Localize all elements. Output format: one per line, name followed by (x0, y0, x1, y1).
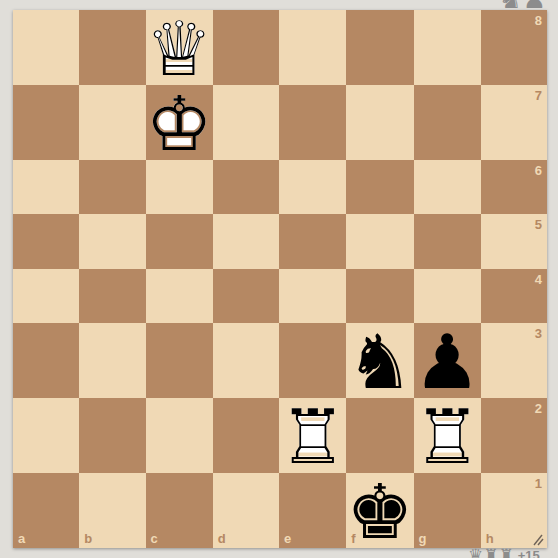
square-f3[interactable]: ♞ (346, 323, 413, 398)
captured-rook-icon: ♜ (499, 545, 514, 558)
square-h2[interactable]: 2 (481, 398, 547, 473)
rank-label-5: 5 (535, 217, 542, 232)
square-a4[interactable] (13, 269, 79, 323)
square-g1[interactable]: g (414, 473, 481, 548)
square-e8[interactable] (279, 10, 346, 85)
square-b6[interactable] (79, 160, 145, 214)
rank-label-2: 2 (535, 401, 542, 416)
square-a2[interactable] (13, 398, 79, 473)
file-label-g: g (419, 531, 427, 546)
piece-white-rook-e2[interactable]: ♜♖ (279, 400, 346, 475)
captured-pieces-bottom-icons: ♛♜♜ (468, 547, 514, 558)
square-e2[interactable]: ♜♖ (279, 398, 346, 473)
square-a5[interactable] (13, 214, 79, 268)
captured-queen-icon: ♛ (468, 545, 483, 558)
square-f4[interactable] (346, 269, 413, 323)
file-label-e: e (284, 531, 291, 546)
square-b5[interactable] (79, 214, 145, 268)
square-a6[interactable] (13, 160, 79, 214)
rank-label-3: 3 (535, 326, 542, 341)
square-e5[interactable] (279, 214, 346, 268)
square-b4[interactable] (79, 269, 145, 323)
piece-black-knight-f3[interactable]: ♞ (346, 325, 413, 400)
white-queen-glyph-outline: ♕ (146, 12, 213, 87)
square-e1[interactable]: e (279, 473, 346, 548)
square-e4[interactable] (279, 269, 346, 323)
square-b8[interactable] (79, 10, 145, 85)
square-d7[interactable] (213, 85, 279, 160)
white-rook-glyph-outline: ♖ (414, 400, 481, 475)
page-background: { "game": "chess", "position": { "fen": … (0, 0, 558, 558)
rank-label-8: 8 (535, 13, 542, 28)
square-c7[interactable]: ♚♔ (146, 85, 213, 160)
black-knight-glyph: ♞ (346, 325, 413, 400)
material-advantage-label: +15 (518, 549, 540, 558)
square-f8[interactable] (346, 10, 413, 85)
square-c5[interactable] (146, 214, 213, 268)
piece-white-rook-g2[interactable]: ♜♖ (414, 400, 481, 475)
square-c4[interactable] (146, 269, 213, 323)
square-c2[interactable] (146, 398, 213, 473)
square-h4[interactable]: 4 (481, 269, 547, 323)
square-e6[interactable] (279, 160, 346, 214)
square-e7[interactable] (279, 85, 346, 160)
file-label-d: d (218, 531, 226, 546)
rank-label-4: 4 (535, 272, 542, 287)
chess-board[interactable]: ♛♕8♚♔7654♞♟3♜♖♜♖2abcdef♚gh1 (13, 10, 547, 548)
file-label-c: c (151, 531, 158, 546)
white-rook-glyph-outline: ♖ (279, 400, 346, 475)
square-d6[interactable] (213, 160, 279, 214)
square-h3[interactable]: 3 (481, 323, 547, 398)
square-g6[interactable] (414, 160, 481, 214)
square-g5[interactable] (414, 214, 481, 268)
square-b3[interactable] (79, 323, 145, 398)
black-king-glyph: ♚ (346, 475, 413, 550)
square-c6[interactable] (146, 160, 213, 214)
square-d4[interactable] (213, 269, 279, 323)
square-b7[interactable] (79, 85, 145, 160)
square-d1[interactable]: d (213, 473, 279, 548)
rank-label-7: 7 (535, 88, 542, 103)
file-label-h: h (486, 531, 494, 546)
square-b2[interactable] (79, 398, 145, 473)
square-h7[interactable]: 7 (481, 85, 547, 160)
square-h5[interactable]: 5 (481, 214, 547, 268)
piece-black-king-f1[interactable]: ♚ (346, 475, 413, 550)
square-g2[interactable]: ♜♖ (414, 398, 481, 473)
file-label-b: b (84, 531, 92, 546)
square-c8[interactable]: ♛♕ (146, 10, 213, 85)
board-resize-handle[interactable] (532, 534, 544, 546)
square-h6[interactable]: 6 (481, 160, 547, 214)
piece-black-pawn-g3[interactable]: ♟ (414, 325, 481, 400)
square-f5[interactable] (346, 214, 413, 268)
piece-white-queen-c8[interactable]: ♛♕ (146, 12, 213, 87)
square-e3[interactable] (279, 323, 346, 398)
square-d5[interactable] (213, 214, 279, 268)
square-f1[interactable]: f♚ (346, 473, 413, 548)
square-c3[interactable] (146, 323, 213, 398)
square-d8[interactable] (213, 10, 279, 85)
piece-white-king-c7[interactable]: ♚♔ (146, 87, 213, 162)
square-a1[interactable]: a (13, 473, 79, 548)
rank-label-1: 1 (535, 476, 542, 491)
black-pawn-glyph: ♟ (414, 325, 481, 400)
square-b1[interactable]: b (79, 473, 145, 548)
square-a8[interactable] (13, 10, 79, 85)
rank-label-6: 6 (535, 163, 542, 178)
square-f7[interactable] (346, 85, 413, 160)
square-d2[interactable] (213, 398, 279, 473)
square-g3[interactable]: ♟ (414, 323, 481, 398)
square-d3[interactable] (213, 323, 279, 398)
file-label-a: a (18, 531, 25, 546)
square-f2[interactable] (346, 398, 413, 473)
white-king-glyph-outline: ♔ (146, 87, 213, 162)
square-g8[interactable] (414, 10, 481, 85)
square-a3[interactable] (13, 323, 79, 398)
square-h8[interactable]: 8 (481, 10, 547, 85)
square-g4[interactable] (414, 269, 481, 323)
square-c1[interactable]: c (146, 473, 213, 548)
square-f6[interactable] (346, 160, 413, 214)
square-a7[interactable] (13, 85, 79, 160)
captured-rook-icon: ♜ (483, 545, 498, 558)
square-g7[interactable] (414, 85, 481, 160)
captured-pieces-bottom-tray: ♛♜♜ +15 (468, 547, 540, 558)
